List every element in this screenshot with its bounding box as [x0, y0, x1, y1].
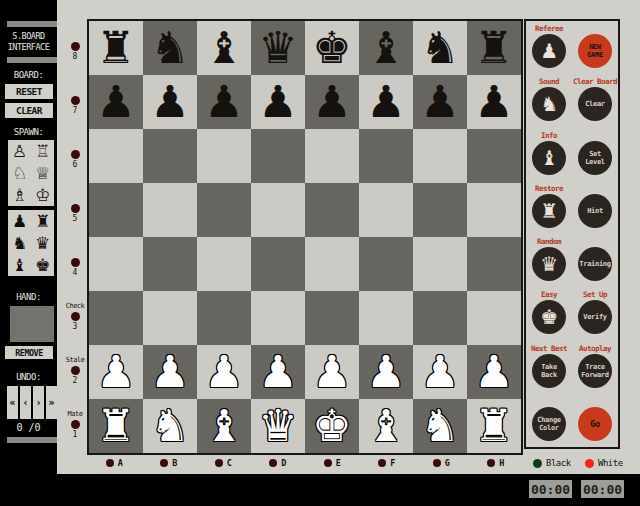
rank-led-6 — [71, 150, 80, 159]
square-g2[interactable]: ♟ — [413, 345, 467, 399]
rank-number: 6 — [73, 160, 78, 169]
square-b8[interactable]: ♞ — [143, 21, 197, 75]
undo-button[interactable]: ‹ — [20, 386, 31, 419]
legend-black: Black — [533, 456, 571, 470]
square-h8[interactable]: ♜ — [467, 21, 521, 75]
piece-white-pawn: ♟ — [474, 345, 513, 399]
spawn-white-bishop[interactable]: ♗ — [8, 184, 31, 206]
button-text-line: Color — [539, 424, 559, 432]
board-section-label: BOARD: — [0, 70, 57, 80]
square-b5[interactable] — [143, 183, 197, 237]
square-a6[interactable] — [89, 129, 143, 183]
random-button-cell: Random♛ — [526, 234, 572, 287]
change-color-button[interactable]: ChangeColor — [532, 407, 566, 441]
square-h3[interactable] — [467, 291, 521, 345]
training-button-cell: Training — [572, 234, 618, 287]
piece-black-bishop: ♝ — [366, 21, 405, 75]
chess-board: ♜♞♝♛♚♝♞♜♟♟♟♟♟♟♟♟♟♟♟♟♟♟♟♟♜♞♝♛♚♝♞♜ — [87, 19, 523, 455]
file-led-g — [433, 459, 441, 467]
square-d7[interactable]: ♟ — [251, 75, 305, 129]
remove-button[interactable]: REMOVE — [5, 346, 53, 359]
square-a5[interactable] — [89, 183, 143, 237]
white-king-icon: ♚ — [540, 306, 558, 328]
piece-white-pawn: ♟ — [204, 345, 243, 399]
restore-label: Restore — [535, 184, 563, 194]
piece-white-pawn: ♟ — [96, 345, 135, 399]
divider-bar — [7, 437, 60, 443]
training-button[interactable]: Training — [578, 247, 612, 281]
spawn-black-king[interactable]: ♚ — [31, 254, 54, 276]
square-g6[interactable] — [413, 129, 467, 183]
next-best-label: Next Best — [531, 344, 567, 354]
sound-button-cell: Sound♞ — [526, 74, 572, 127]
button-text-line: Level — [585, 158, 605, 166]
black-rook-icon: ♜ — [35, 213, 50, 230]
square-f4[interactable] — [359, 237, 413, 291]
file-letter: G — [445, 458, 450, 468]
change-color-button-cell: ChangeColor — [526, 394, 572, 447]
spawn-section-label: SPAWN: — [0, 127, 57, 137]
clock-white: 00:00 — [581, 480, 624, 498]
sound-button[interactable]: ♞ — [532, 87, 566, 121]
file-led-b — [160, 459, 168, 467]
rank-number: 5 — [73, 214, 78, 223]
square-b4[interactable] — [143, 237, 197, 291]
easy-button[interactable]: ♚ — [532, 300, 566, 334]
piece-black-knight: ♞ — [420, 21, 459, 75]
rank-led-1 — [71, 420, 80, 429]
referee-button[interactable]: ♟ — [532, 34, 566, 68]
undo-section-label: UNDO: — [0, 372, 57, 382]
clear-button[interactable]: CLEAR — [5, 103, 53, 118]
easy-button-cell: Easy♚ — [526, 287, 572, 340]
rank-led-4 — [71, 258, 80, 267]
empty-label — [547, 397, 551, 407]
square-f5[interactable] — [359, 183, 413, 237]
piece-white-pawn: ♟ — [150, 345, 189, 399]
empty-label — [593, 397, 597, 407]
empty-label — [593, 237, 597, 247]
undo-all-button[interactable]: « — [7, 386, 18, 419]
square-b7[interactable]: ♟ — [143, 75, 197, 129]
white-rook-icon: ♜ — [540, 200, 558, 222]
file-led-a — [106, 459, 114, 467]
white-bishop-icon: ♗ — [12, 187, 27, 204]
piece-black-knight: ♞ — [150, 21, 189, 75]
square-e5[interactable] — [305, 183, 359, 237]
file-letter: E — [336, 458, 341, 468]
square-f6[interactable] — [359, 129, 413, 183]
piece-white-bishop: ♝ — [204, 399, 243, 453]
square-a1[interactable]: ♜ — [89, 399, 143, 453]
piece-black-pawn: ♟ — [366, 75, 405, 129]
hand-section-label: HAND: — [0, 292, 57, 302]
rank-indicator-1: Mate1 — [61, 397, 89, 451]
file-letter: D — [281, 458, 286, 468]
rank-number: 8 — [73, 52, 78, 61]
square-c7[interactable]: ♟ — [197, 75, 251, 129]
restore-button-cell: Restore♜ — [526, 181, 572, 234]
file-led-c — [215, 459, 223, 467]
spawn-black-queen[interactable]: ♛ — [31, 232, 54, 254]
mate-label: Mate — [68, 410, 83, 419]
square-g7[interactable]: ♟ — [413, 75, 467, 129]
square-a2[interactable]: ♟ — [89, 345, 143, 399]
square-d6[interactable] — [251, 129, 305, 183]
info-label: Info — [541, 131, 557, 141]
square-h4[interactable] — [467, 237, 521, 291]
square-e8[interactable]: ♚ — [305, 21, 359, 75]
square-f8[interactable]: ♝ — [359, 21, 413, 75]
square-f2[interactable]: ♟ — [359, 345, 413, 399]
white-pawn-icon: ♙ — [12, 143, 27, 160]
rank-indicator-5: 5 — [61, 181, 89, 235]
random-label: Random — [537, 237, 561, 247]
hint-button[interactable]: Hint — [578, 194, 612, 228]
piece-white-king: ♚ — [312, 399, 351, 453]
piece-white-rook: ♜ — [474, 399, 513, 453]
button-text-line: Clear — [585, 100, 605, 108]
empty-label — [593, 131, 597, 141]
spawn-white-pawn[interactable]: ♙ — [8, 140, 31, 162]
legend-black-label: Black — [546, 458, 571, 468]
app-title-line1: S.BOARD — [0, 31, 57, 42]
rank-indicator-4: 4 — [61, 235, 89, 289]
square-a7[interactable]: ♟ — [89, 75, 143, 129]
square-g8[interactable]: ♞ — [413, 21, 467, 75]
spawn-black-pawn[interactable]: ♟ — [8, 210, 31, 232]
spawn-white-knight[interactable]: ♘ — [8, 162, 31, 184]
hint-button-cell: Hint — [572, 181, 618, 234]
sound-label: Sound — [539, 77, 559, 87]
button-text-line: Take — [541, 363, 557, 371]
clear-button-cell: Clear BoardClear — [572, 74, 618, 127]
button-text-line: Set — [589, 150, 601, 158]
divider-bar — [7, 21, 60, 27]
reset-button[interactable]: RESET — [5, 84, 53, 99]
square-h5[interactable] — [467, 183, 521, 237]
info-button[interactable]: ♝ — [532, 141, 566, 175]
piece-white-bishop: ♝ — [366, 399, 405, 453]
black-queen-icon: ♛ — [35, 235, 50, 252]
set-up-label: Set Up — [583, 290, 607, 300]
sidebar: S.BOARD INTERFACE BOARD: RESET CLEAR SPA… — [0, 0, 57, 506]
white-rook-icon: ♖ — [35, 143, 50, 160]
verify-button[interactable]: Verify — [578, 300, 612, 334]
clear-button[interactable]: Clear — [578, 87, 612, 121]
chess-computer-ui: S.BOARD INTERFACE BOARD: RESET CLEAR SPA… — [0, 0, 640, 506]
rank-indicator-2: Stale2 — [61, 343, 89, 397]
piece-white-pawn: ♟ — [366, 345, 405, 399]
rank-number: 2 — [73, 376, 78, 385]
black-pawn-icon: ♟ — [12, 213, 27, 230]
app-title-line2: INTERFACE — [0, 42, 57, 53]
square-d4[interactable] — [251, 237, 305, 291]
square-e6[interactable] — [305, 129, 359, 183]
board-panel: 87654Check3Stale2Mate1 ♜♞♝♛♚♝♞♜♟♟♟♟♟♟♟♟♟… — [57, 0, 640, 474]
white-queen-icon: ♛ — [540, 253, 558, 275]
autoplay-label: Autoplay — [579, 344, 611, 354]
square-g1[interactable]: ♞ — [413, 399, 467, 453]
file-indicators: ABCDEFGH — [87, 455, 523, 471]
square-c4[interactable] — [197, 237, 251, 291]
piece-black-pawn: ♟ — [150, 75, 189, 129]
referee-label: Referee — [535, 24, 563, 34]
button-text-line: Forward — [581, 371, 608, 379]
button-text-line: Training — [579, 260, 610, 268]
spawn-black-rook[interactable]: ♜ — [31, 210, 54, 232]
file-indicator-d: D — [251, 455, 306, 471]
button-text-line: Trace — [585, 363, 605, 371]
piece-black-pawn: ♟ — [258, 75, 297, 129]
file-letter: F — [390, 458, 395, 468]
square-a3[interactable] — [89, 291, 143, 345]
piece-black-pawn: ♟ — [204, 75, 243, 129]
hand-box[interactable] — [10, 306, 54, 342]
piece-black-king: ♚ — [312, 21, 351, 75]
piece-white-knight: ♞ — [420, 399, 459, 453]
white-turn-led — [585, 459, 594, 468]
square-b2[interactable]: ♟ — [143, 345, 197, 399]
white-king-icon: ♔ — [35, 187, 50, 204]
square-e2[interactable]: ♟ — [305, 345, 359, 399]
spawn-white-rook[interactable]: ♖ — [31, 140, 54, 162]
spawn-black-bishop[interactable]: ♝ — [8, 254, 31, 276]
redo-button[interactable]: › — [33, 386, 44, 419]
restore-button[interactable]: ♜ — [532, 194, 566, 228]
square-d2[interactable]: ♟ — [251, 345, 305, 399]
divider-bar — [7, 57, 60, 63]
verify-button-cell: Set UpVerify — [572, 287, 618, 340]
rank-led-5 — [71, 204, 80, 213]
black-king-icon: ♚ — [35, 257, 50, 274]
set-level-button-cell: SetLevel — [572, 128, 618, 181]
file-letter: B — [172, 458, 177, 468]
square-c5[interactable] — [197, 183, 251, 237]
square-d1[interactable]: ♛ — [251, 399, 305, 453]
white-queen-icon: ♕ — [35, 165, 50, 182]
piece-black-rook: ♜ — [96, 21, 135, 75]
rank-number: 3 — [73, 322, 78, 331]
rank-indicator-7: 7 — [61, 73, 89, 127]
go-button[interactable]: Go — [578, 407, 612, 441]
button-text-line: NEW — [589, 43, 601, 51]
square-c8[interactable]: ♝ — [197, 21, 251, 75]
square-h6[interactable] — [467, 129, 521, 183]
square-e3[interactable] — [305, 291, 359, 345]
square-f1[interactable]: ♝ — [359, 399, 413, 453]
piece-white-pawn: ♟ — [312, 345, 351, 399]
black-bishop-icon: ♝ — [12, 257, 27, 274]
button-text-line: Hint — [587, 207, 603, 215]
piece-white-rook: ♜ — [96, 399, 135, 453]
file-letter: C — [227, 458, 232, 468]
undo-controls: «‹›» — [7, 386, 57, 419]
file-indicator-f: F — [360, 455, 415, 471]
square-b6[interactable] — [143, 129, 197, 183]
new-game-button[interactable]: NEWGAME — [578, 34, 612, 68]
rank-indicator-6: 6 — [61, 127, 89, 181]
square-g4[interactable] — [413, 237, 467, 291]
square-c2[interactable]: ♟ — [197, 345, 251, 399]
piece-black-queen: ♛ — [258, 21, 297, 75]
piece-white-pawn: ♟ — [420, 345, 459, 399]
clear-board-label: Clear Board — [573, 77, 617, 87]
spawn-white-queen[interactable]: ♕ — [31, 162, 54, 184]
square-e1[interactable]: ♚ — [305, 399, 359, 453]
square-a4[interactable] — [89, 237, 143, 291]
square-c3[interactable] — [197, 291, 251, 345]
info-button-cell: Info♝ — [526, 128, 572, 181]
file-led-e — [324, 459, 332, 467]
piece-white-queen: ♛ — [258, 399, 297, 453]
file-indicator-h: H — [469, 455, 524, 471]
take-back-button-cell: Next BestTakeBack — [526, 341, 572, 394]
piece-black-bishop: ♝ — [204, 21, 243, 75]
square-d3[interactable] — [251, 291, 305, 345]
file-indicator-g: G — [414, 455, 469, 471]
square-e4[interactable] — [305, 237, 359, 291]
rank-indicator-3: Check3 — [61, 289, 89, 343]
file-indicator-e: E — [305, 455, 360, 471]
square-h1[interactable]: ♜ — [467, 399, 521, 453]
trace-forward-button[interactable]: TraceForward — [578, 354, 612, 388]
piece-black-pawn: ♟ — [312, 75, 351, 129]
square-a8[interactable]: ♜ — [89, 21, 143, 75]
square-d8[interactable]: ♛ — [251, 21, 305, 75]
random-button[interactable]: ♛ — [532, 247, 566, 281]
white-pawn-icon: ♟ — [540, 40, 558, 62]
legend-white-label: White — [598, 458, 623, 468]
button-text-line: GAME — [587, 51, 603, 59]
clock-black: 00:00 — [529, 480, 572, 498]
square-g3[interactable] — [413, 291, 467, 345]
legend-white: White — [585, 456, 623, 470]
rank-number: 1 — [73, 430, 78, 439]
button-text-line: Go — [590, 420, 600, 428]
piece-white-pawn: ♟ — [258, 345, 297, 399]
rank-number: 4 — [73, 268, 78, 277]
spawn-palette-white: ♙♖♘♕♗♔ — [8, 140, 54, 206]
button-text-line: Change — [537, 416, 561, 424]
spawn-white-king[interactable]: ♔ — [31, 184, 54, 206]
rank-number: 7 — [73, 106, 78, 115]
file-indicator-c: C — [196, 455, 251, 471]
rank-led-3 — [71, 312, 80, 321]
square-f7[interactable]: ♟ — [359, 75, 413, 129]
rank-led-2 — [71, 366, 80, 375]
control-panel: Referee♟ NEWGAMESound♞Clear BoardClearIn… — [524, 19, 620, 449]
black-knight-icon: ♞ — [12, 235, 27, 252]
file-led-d — [269, 459, 277, 467]
black-turn-led — [533, 459, 542, 468]
rank-indicator-8: 8 — [61, 19, 89, 73]
rank-indicators: 87654Check3Stale2Mate1 — [61, 19, 89, 451]
spawn-palette-black: ♟♜♞♛♝♚ — [8, 210, 54, 276]
file-letter: A — [118, 458, 123, 468]
spawn-black-knight[interactable]: ♞ — [8, 232, 31, 254]
empty-label — [593, 184, 597, 194]
trace-forward-button-cell: AutoplayTraceForward — [572, 341, 618, 394]
easy-label: Easy — [541, 290, 557, 300]
square-c6[interactable] — [197, 129, 251, 183]
square-h2[interactable]: ♟ — [467, 345, 521, 399]
button-text-line: Back — [541, 371, 557, 379]
white-knight-icon: ♘ — [12, 165, 27, 182]
file-indicator-b: B — [142, 455, 197, 471]
new-game-button-cell: NEWGAME — [572, 21, 618, 74]
white-knight-icon: ♞ — [540, 93, 558, 115]
file-letter: H — [499, 458, 504, 468]
square-c1[interactable]: ♝ — [197, 399, 251, 453]
referee-button-cell: Referee♟ — [526, 21, 572, 74]
check-label: Check — [66, 302, 85, 311]
go-button-cell: Go — [572, 394, 618, 447]
piece-white-knight: ♞ — [150, 399, 189, 453]
piece-black-pawn: ♟ — [474, 75, 513, 129]
square-h7[interactable]: ♟ — [467, 75, 521, 129]
empty-label — [593, 24, 597, 34]
set-level-button[interactable]: SetLevel — [578, 141, 612, 175]
square-g5[interactable] — [413, 183, 467, 237]
square-f3[interactable] — [359, 291, 413, 345]
piece-black-pawn: ♟ — [96, 75, 135, 129]
square-b3[interactable] — [143, 291, 197, 345]
redo-all-button[interactable]: » — [46, 386, 57, 419]
file-indicator-a: A — [87, 455, 142, 471]
rank-led-7 — [71, 96, 80, 105]
square-b1[interactable]: ♞ — [143, 399, 197, 453]
button-text-line: Verify — [583, 313, 607, 321]
piece-black-rook: ♜ — [474, 21, 513, 75]
square-d5[interactable] — [251, 183, 305, 237]
piece-black-pawn: ♟ — [420, 75, 459, 129]
file-led-f — [378, 459, 386, 467]
stale-label: Stale — [66, 356, 85, 365]
undo-counter: 0 /0 — [0, 422, 57, 433]
white-bishop-icon: ♝ — [540, 147, 558, 169]
square-e7[interactable]: ♟ — [305, 75, 359, 129]
file-led-h — [487, 459, 495, 467]
rank-led-8 — [71, 42, 80, 51]
take-back-button[interactable]: TakeBack — [532, 354, 566, 388]
